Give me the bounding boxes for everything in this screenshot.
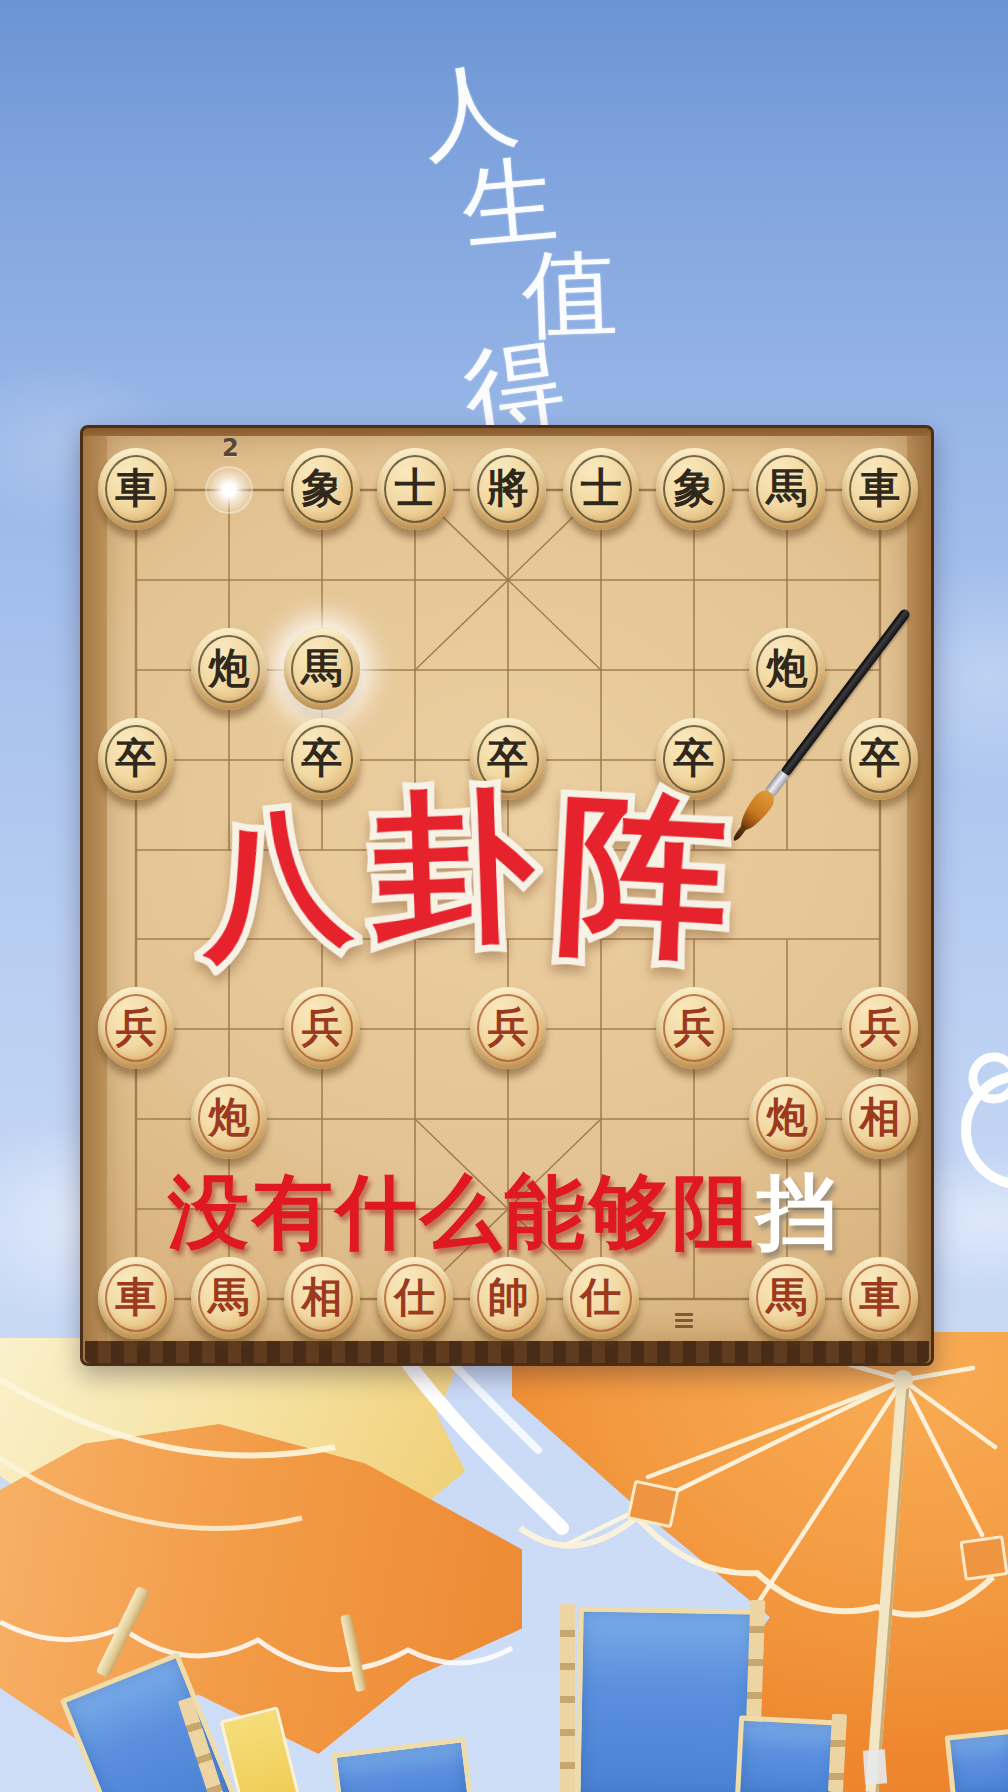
piece-glyph: 卒 (302, 738, 343, 779)
piece-black-a7[interactable]: 卒 (98, 718, 174, 800)
piece-black-f10[interactable]: 士 (563, 448, 639, 530)
piece-black-h8[interactable]: 炮 (749, 628, 825, 710)
piece-black-e10[interactable]: 將 (470, 448, 546, 530)
title-char-1: 八 (191, 799, 356, 964)
deck-chair-frame (560, 1604, 575, 1792)
piece-black-c8[interactable]: 馬 (284, 628, 360, 710)
piece-glyph: 士 (395, 468, 436, 509)
piece-glyph: 馬 (302, 648, 343, 689)
piece-glyph: 馬 (767, 1277, 808, 1318)
piece-glyph: 士 (581, 468, 622, 509)
piece-red-h3[interactable]: 炮 (749, 1077, 825, 1159)
piece-red-h1[interactable]: 馬 (749, 1257, 825, 1339)
screenshot-root: 人 生 值 得 (0, 0, 1008, 1792)
move-number-label: 2 (222, 434, 239, 462)
canopy-flap (959, 1535, 1008, 1581)
caption-red-part: 没有什么能够阻 (168, 1167, 756, 1257)
piece-glyph: 仕 (581, 1277, 622, 1318)
piece-glyph: 炮 (767, 1097, 808, 1138)
piece-red-a1[interactable]: 車 (98, 1257, 174, 1339)
hamburger-menu-icon[interactable] (675, 1313, 693, 1331)
piece-glyph: 炮 (209, 648, 250, 689)
piece-glyph: 相 (302, 1277, 343, 1318)
piece-glyph: 炮 (767, 648, 808, 689)
piece-red-c4[interactable]: 兵 (284, 987, 360, 1069)
piece-red-f1[interactable]: 仕 (563, 1257, 639, 1339)
piece-glyph: 相 (860, 1097, 901, 1138)
piece-black-g10[interactable]: 象 (656, 448, 732, 530)
piece-black-i10[interactable]: 車 (842, 448, 918, 530)
title-char-3: 阵 (552, 786, 733, 967)
piece-black-b8[interactable]: 炮 (191, 628, 267, 710)
piece-red-i1[interactable]: 車 (842, 1257, 918, 1339)
beach-background (0, 1332, 1008, 1792)
piece-glyph: 將 (488, 468, 529, 509)
title-char-2: 卦 (369, 783, 537, 951)
piece-glyph: 車 (860, 468, 901, 509)
piece-red-d1[interactable]: 仕 (377, 1257, 453, 1339)
piece-glyph: 兵 (302, 1007, 343, 1048)
piece-black-h10[interactable]: 馬 (749, 448, 825, 530)
piece-black-i7[interactable]: 卒 (842, 718, 918, 800)
deck-chair (575, 1606, 756, 1792)
piece-glyph: 象 (674, 468, 715, 509)
piece-red-e4[interactable]: 兵 (470, 987, 546, 1069)
piece-red-c1[interactable]: 相 (284, 1257, 360, 1339)
piece-glyph: 炮 (209, 1097, 250, 1138)
piece-glyph: 卒 (674, 738, 715, 779)
piece-red-e1[interactable]: 帥 (470, 1257, 546, 1339)
piece-black-a10[interactable]: 車 (98, 448, 174, 530)
piece-red-i4[interactable]: 兵 (842, 987, 918, 1069)
deck-chair (735, 1715, 841, 1792)
piece-glyph: 仕 (395, 1277, 436, 1318)
cloud-doodle-icon (928, 1040, 1008, 1190)
piece-glyph: 兵 (488, 1007, 529, 1048)
piece-glyph: 帥 (488, 1277, 529, 1318)
caption-text: 没有什么能够阻挡 (168, 1172, 840, 1253)
piece-black-d10[interactable]: 士 (377, 448, 453, 530)
caption-white-part: 挡 (756, 1167, 840, 1257)
piece-red-b3[interactable]: 炮 (191, 1077, 267, 1159)
piece-red-b1[interactable]: 馬 (191, 1257, 267, 1339)
piece-glyph: 車 (860, 1277, 901, 1318)
piece-glyph: 兵 (860, 1007, 901, 1048)
piece-glyph: 車 (116, 468, 157, 509)
last-move-origin-marker (205, 466, 253, 514)
piece-red-a4[interactable]: 兵 (98, 987, 174, 1069)
piece-glyph: 卒 (860, 738, 901, 779)
piece-glyph: 兵 (116, 1007, 157, 1048)
deck-chair (945, 1729, 1008, 1792)
piece-red-g4[interactable]: 兵 (656, 987, 732, 1069)
piece-glyph: 兵 (674, 1007, 715, 1048)
piece-glyph: 車 (116, 1277, 157, 1318)
piece-glyph: 馬 (767, 468, 808, 509)
piece-red-i3[interactable]: 相 (842, 1077, 918, 1159)
piece-glyph: 象 (302, 468, 343, 509)
piece-black-c10[interactable]: 象 (284, 448, 360, 530)
piece-glyph: 馬 (209, 1277, 250, 1318)
piece-glyph: 卒 (116, 738, 157, 779)
